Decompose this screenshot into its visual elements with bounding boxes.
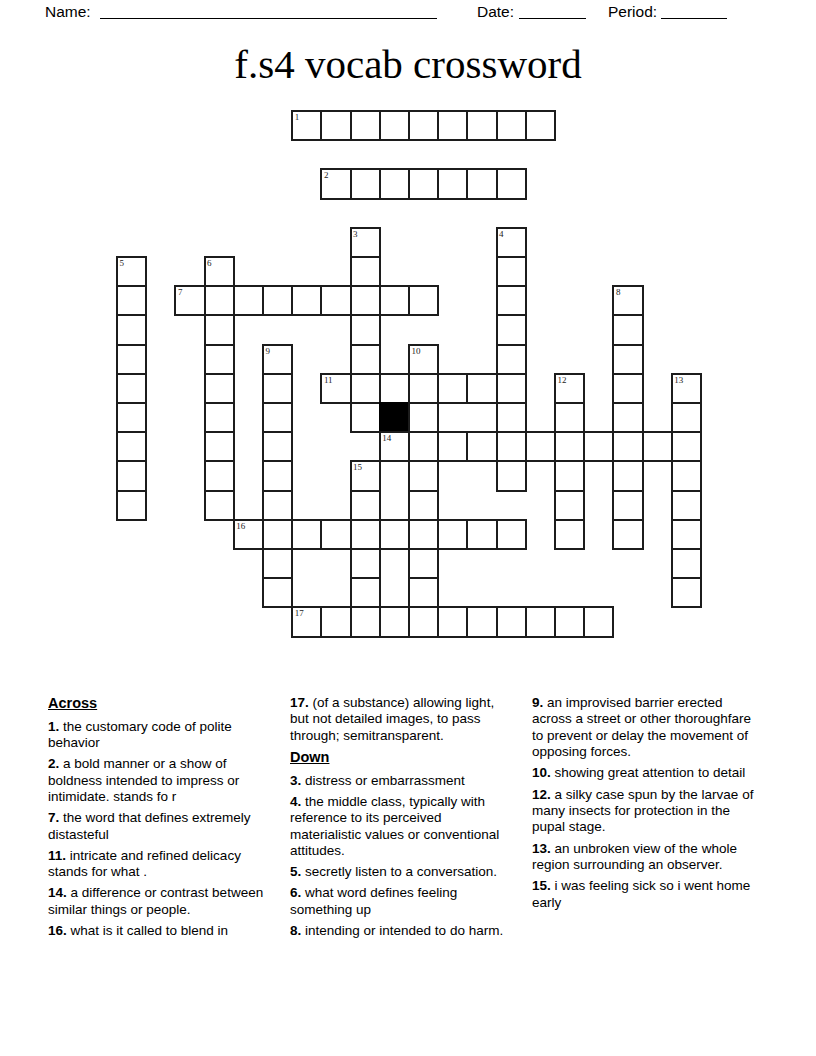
grid-cell[interactable] xyxy=(466,168,497,199)
clue-number-4: 4 xyxy=(499,230,504,239)
grid-cell[interactable] xyxy=(262,431,293,462)
clue-number-10: 10 xyxy=(412,347,421,356)
grid-cell[interactable] xyxy=(671,402,702,433)
clue-number-label: 6. xyxy=(290,885,301,900)
grid-cell[interactable] xyxy=(525,431,556,462)
grid-cell[interactable] xyxy=(350,256,381,287)
grid-cell[interactable] xyxy=(496,460,527,491)
grid-cell[interactable] xyxy=(496,373,527,404)
grid-cell[interactable] xyxy=(291,519,322,550)
grid-cell[interactable] xyxy=(204,402,235,433)
grid-cell[interactable] xyxy=(671,490,702,521)
clue-across-16: 16. what is it called to blend in xyxy=(48,923,274,939)
grid-cell[interactable] xyxy=(554,431,585,462)
grid-cell[interactable] xyxy=(262,577,293,608)
grid-cell[interactable] xyxy=(350,402,381,433)
grid-cell[interactable] xyxy=(612,344,643,375)
clue-number-2: 2 xyxy=(324,171,329,180)
grid-cell[interactable] xyxy=(496,606,527,637)
name-label: Name: xyxy=(45,3,91,21)
grid-cell[interactable] xyxy=(437,110,468,141)
clue-column-middle: 17. (of a substance) allowing light, but… xyxy=(290,695,516,944)
grid-cell[interactable] xyxy=(496,519,527,550)
clue-down-5: 5. secretly listen to a conversation. xyxy=(290,864,516,880)
grid-cell[interactable] xyxy=(350,548,381,579)
clue-across-2: 2. a bold manner or a show of boldness i… xyxy=(48,756,274,805)
grid-cell[interactable] xyxy=(408,110,439,141)
grid-cell[interactable] xyxy=(671,548,702,579)
clue-number-12: 12 xyxy=(558,376,567,385)
grid-cell[interactable] xyxy=(320,519,351,550)
grid-cell[interactable] xyxy=(408,460,439,491)
grid-cell[interactable] xyxy=(350,344,381,375)
grid-cell[interactable] xyxy=(350,577,381,608)
page-title: f.s4 vocab crossword xyxy=(0,40,816,88)
grid-cell[interactable] xyxy=(262,285,293,316)
grid-cell[interactable] xyxy=(554,402,585,433)
clue-number-8: 8 xyxy=(616,288,621,297)
grid-cell[interactable] xyxy=(496,344,527,375)
clue-down-3: 3. distress or embarrassment xyxy=(290,773,516,789)
grid-cell[interactable] xyxy=(350,490,381,521)
clue-down-15: 15. i was feeling sick so i went home ea… xyxy=(532,878,758,911)
clue-number-15: 15 xyxy=(353,463,362,472)
grid-cell[interactable] xyxy=(379,168,410,199)
grid-cell[interactable] xyxy=(408,402,439,433)
clue-column-down: 9. an improvised barrier erected across … xyxy=(532,695,758,916)
grid-cell[interactable] xyxy=(408,373,439,404)
grid-cell[interactable] xyxy=(437,519,468,550)
grid-cell[interactable] xyxy=(116,402,147,433)
grid-cell[interactable] xyxy=(525,110,556,141)
clue-number-7: 7 xyxy=(178,288,183,297)
clue-number-label: 13. xyxy=(532,841,551,856)
period-line[interactable] xyxy=(661,1,727,19)
grid-cell[interactable] xyxy=(350,314,381,345)
date-line[interactable] xyxy=(519,1,586,19)
clue-number-5: 5 xyxy=(120,259,125,268)
grid-cell[interactable] xyxy=(262,490,293,521)
clue-number-9: 9 xyxy=(266,347,271,356)
grid-cell[interactable] xyxy=(466,519,497,550)
crossword-grid: 1234567891011121314151617 xyxy=(116,110,702,638)
grid-cell[interactable] xyxy=(612,314,643,345)
grid-cell[interactable] xyxy=(350,519,381,550)
grid-cell[interactable] xyxy=(204,314,235,345)
grid-cell[interactable] xyxy=(379,373,410,404)
grid-cell[interactable] xyxy=(408,168,439,199)
grid-cell[interactable] xyxy=(408,519,439,550)
grid-cell[interactable] xyxy=(320,606,351,637)
clue-down-9: 9. an improvised barrier erected across … xyxy=(532,695,758,760)
grid-cell[interactable] xyxy=(496,314,527,345)
grid-cell[interactable] xyxy=(116,373,147,404)
name-line[interactable] xyxy=(100,1,437,19)
grid-cell[interactable] xyxy=(671,431,702,462)
clue-number-label: 9. xyxy=(532,695,543,710)
clue-down-13: 13. an unbroken view of the whole region… xyxy=(532,841,758,874)
grid-cell[interactable] xyxy=(379,110,410,141)
grid-cell[interactable] xyxy=(554,519,585,550)
grid-cell[interactable] xyxy=(350,606,381,637)
grid-cell[interactable] xyxy=(437,168,468,199)
grid-cell[interactable] xyxy=(116,460,147,491)
grid-cell[interactable] xyxy=(262,519,293,550)
grid-cell[interactable] xyxy=(612,402,643,433)
grid-cell[interactable] xyxy=(554,490,585,521)
grid-cell[interactable] xyxy=(612,460,643,491)
clue-across-17: 17. (of a substance) allowing light, but… xyxy=(290,695,516,744)
grid-cell[interactable] xyxy=(408,577,439,608)
grid-cell[interactable] xyxy=(496,285,527,316)
clue-number-label: 16. xyxy=(48,923,67,938)
grid-cell[interactable] xyxy=(496,256,527,287)
grid-cell[interactable] xyxy=(116,431,147,462)
grid-cell[interactable] xyxy=(379,606,410,637)
clue-number-label: 3. xyxy=(290,773,301,788)
grid-cell[interactable] xyxy=(583,606,614,637)
grid-cell[interactable] xyxy=(466,110,497,141)
grid-cell[interactable] xyxy=(350,110,381,141)
clue-number-label: 5. xyxy=(290,864,301,879)
grid-cell[interactable] xyxy=(408,431,439,462)
grid-cell[interactable] xyxy=(525,606,556,637)
date-label: Date: xyxy=(477,3,514,21)
clue-number-14: 14 xyxy=(382,434,391,443)
grid-cell[interactable] xyxy=(379,285,410,316)
grid-cell[interactable] xyxy=(350,168,381,199)
clue-number-13: 13 xyxy=(674,376,683,385)
clue-across-14: 14. a difference or contrast between sim… xyxy=(48,885,274,918)
grid-cell[interactable] xyxy=(437,606,468,637)
grid-cell[interactable] xyxy=(612,519,643,550)
blocked-cell xyxy=(379,402,410,433)
grid-cell[interactable] xyxy=(466,606,497,637)
grid-cell[interactable] xyxy=(554,460,585,491)
clue-number-6: 6 xyxy=(207,259,212,268)
grid-cell[interactable] xyxy=(350,373,381,404)
grid-cell[interactable] xyxy=(204,285,235,316)
clue-down-6: 6. what word defines feeling something u… xyxy=(290,885,516,918)
grid-cell[interactable] xyxy=(379,519,410,550)
clues-section-header-down: Down xyxy=(290,749,516,767)
clue-number-label: 4. xyxy=(290,794,301,809)
grid-cell[interactable] xyxy=(612,490,643,521)
clue-number-11: 11 xyxy=(324,376,333,385)
clues-section-header-across: Across xyxy=(48,695,274,713)
clue-number-label: 11. xyxy=(48,848,66,863)
grid-cell[interactable] xyxy=(408,548,439,579)
grid-cell[interactable] xyxy=(204,460,235,491)
clue-number-17: 17 xyxy=(295,609,304,618)
grid-cell[interactable] xyxy=(437,431,468,462)
period-label: Period: xyxy=(608,3,657,21)
grid-cell[interactable] xyxy=(583,431,614,462)
clue-number-label: 10. xyxy=(532,765,551,780)
grid-cell[interactable] xyxy=(262,460,293,491)
grid-cell[interactable] xyxy=(116,285,147,316)
grid-cell[interactable] xyxy=(612,431,643,462)
grid-cell[interactable] xyxy=(116,490,147,521)
grid-cell[interactable] xyxy=(262,548,293,579)
grid-cell[interactable] xyxy=(233,285,264,316)
clue-number-3: 3 xyxy=(353,230,358,239)
clue-number-label: 14. xyxy=(48,885,67,900)
clue-column-across: Across1. the customary code of polite be… xyxy=(48,695,274,944)
clue-across-7: 7. the word that defines extremely dista… xyxy=(48,810,274,843)
clue-number-label: 15. xyxy=(532,878,551,893)
grid-cell[interactable] xyxy=(496,402,527,433)
clue-down-10: 10. showing great attention to detail xyxy=(532,765,758,781)
clue-number-label: 17. xyxy=(290,695,309,710)
grid-cell[interactable] xyxy=(116,314,147,345)
grid-cell[interactable] xyxy=(554,606,585,637)
grid-cell[interactable] xyxy=(262,402,293,433)
grid-cell[interactable] xyxy=(437,373,468,404)
grid-cell[interactable] xyxy=(466,431,497,462)
grid-cell[interactable] xyxy=(496,110,527,141)
grid-cell[interactable] xyxy=(671,577,702,608)
clue-number-1: 1 xyxy=(295,113,300,122)
clue-down-12: 12. a silky case spun by the larvae of m… xyxy=(532,787,758,836)
grid-cell[interactable] xyxy=(320,110,351,141)
grid-cell[interactable] xyxy=(408,606,439,637)
clue-number-label: 2. xyxy=(48,756,59,771)
grid-cell[interactable] xyxy=(204,373,235,404)
grid-cell[interactable] xyxy=(320,285,351,316)
grid-cell[interactable] xyxy=(671,519,702,550)
grid-cell[interactable] xyxy=(408,490,439,521)
clue-down-8: 8. intending or intended to do harm. xyxy=(290,923,516,939)
clue-across-1: 1. the customary code of polite behavior xyxy=(48,719,274,752)
grid-cell[interactable] xyxy=(466,373,497,404)
grid-cell[interactable] xyxy=(642,431,673,462)
grid-cell[interactable] xyxy=(671,460,702,491)
grid-cell[interactable] xyxy=(204,344,235,375)
grid-cell[interactable] xyxy=(496,168,527,199)
clue-number-label: 1. xyxy=(48,719,59,734)
grid-cell[interactable] xyxy=(262,373,293,404)
grid-cell[interactable] xyxy=(291,285,322,316)
clue-number-label: 7. xyxy=(48,810,59,825)
clue-down-4: 4. the middle class, typically with refe… xyxy=(290,794,516,859)
grid-cell[interactable] xyxy=(496,431,527,462)
clue-number-16: 16 xyxy=(236,522,245,531)
grid-cell[interactable] xyxy=(116,344,147,375)
grid-cell[interactable] xyxy=(408,285,439,316)
clue-across-11: 11. intricate and refined delicacy stand… xyxy=(48,848,274,881)
clue-number-label: 12. xyxy=(532,787,551,802)
grid-cell[interactable] xyxy=(204,490,235,521)
grid-cell[interactable] xyxy=(204,431,235,462)
clue-number-label: 8. xyxy=(290,923,301,938)
grid-cell[interactable] xyxy=(350,285,381,316)
grid-cell[interactable] xyxy=(612,373,643,404)
